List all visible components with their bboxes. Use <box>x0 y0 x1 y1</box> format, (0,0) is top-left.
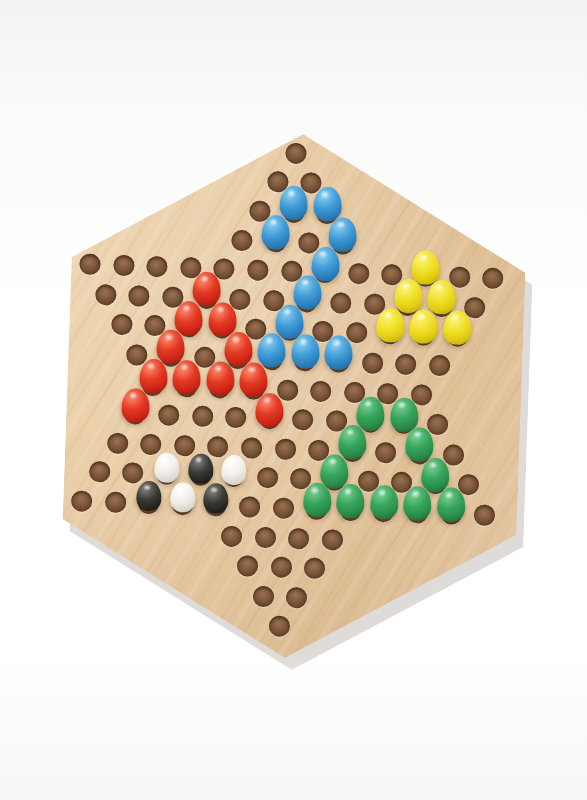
hole-r13c7[interactable] <box>272 497 294 519</box>
hole-r9c5[interactable] <box>276 379 298 401</box>
hole-r11c1[interactable] <box>106 432 128 454</box>
peg-green-r13c10[interactable] <box>370 485 399 520</box>
hole-r6c1[interactable] <box>95 284 117 306</box>
peg-blue-r3c3[interactable] <box>313 187 342 222</box>
peg-green-r13c12[interactable] <box>437 487 466 522</box>
peg-red-r7c4[interactable] <box>208 302 237 337</box>
peg-red-r9c1[interactable] <box>139 359 168 394</box>
peg-yellow-r7c9[interactable] <box>376 308 405 343</box>
hole-r9c6[interactable] <box>310 380 332 402</box>
chinese-checkers-board <box>15 117 574 676</box>
peg-black-r12c4[interactable] <box>187 453 213 484</box>
hole-r4c1[interactable] <box>231 229 253 251</box>
hole-r11c11[interactable] <box>442 444 464 466</box>
hole-r5c2[interactable] <box>113 255 135 277</box>
hole-r11c5[interactable] <box>241 437 263 459</box>
peg-blue-r3c2[interactable] <box>279 186 308 221</box>
hole-grid <box>34 117 574 136</box>
peg-red-r6c4[interactable] <box>192 272 221 307</box>
hole-r14c4[interactable] <box>322 529 344 551</box>
peg-black-r13c3[interactable] <box>136 481 162 512</box>
hole-r13c2[interactable] <box>104 491 126 513</box>
hole-r14c1[interactable] <box>221 525 243 547</box>
hole-r14c2[interactable] <box>254 526 276 548</box>
peg-green-r10c9[interactable] <box>389 397 418 432</box>
hole-r11c3[interactable] <box>174 435 196 457</box>
peg-green-r13c8[interactable] <box>302 483 331 518</box>
peg-blue-r8c6[interactable] <box>291 334 320 369</box>
peg-green-r13c9[interactable] <box>336 484 365 519</box>
peg-blue-r8c5[interactable] <box>257 333 286 368</box>
peg-white-r12c3[interactable] <box>154 452 180 483</box>
hole-r8c10[interactable] <box>428 355 450 377</box>
peg-yellow-r6c10[interactable] <box>394 279 423 314</box>
hole-r10c3[interactable] <box>191 406 213 428</box>
hole-r6c8[interactable] <box>330 292 352 314</box>
hole-r1c1[interactable] <box>285 142 307 164</box>
hole-r11c6[interactable] <box>274 438 296 460</box>
peg-blue-r6c7[interactable] <box>293 275 322 310</box>
hole-r16c1[interactable] <box>252 585 274 607</box>
hole-r15c2[interactable] <box>270 556 292 578</box>
peg-white-r13c4[interactable] <box>170 482 196 513</box>
product-photo <box>0 0 587 800</box>
peg-blue-r5c8[interactable] <box>311 246 340 281</box>
peg-red-r9c3[interactable] <box>206 361 235 396</box>
hole-r8c8[interactable] <box>361 352 383 374</box>
peg-red-r8c4[interactable] <box>224 332 253 367</box>
